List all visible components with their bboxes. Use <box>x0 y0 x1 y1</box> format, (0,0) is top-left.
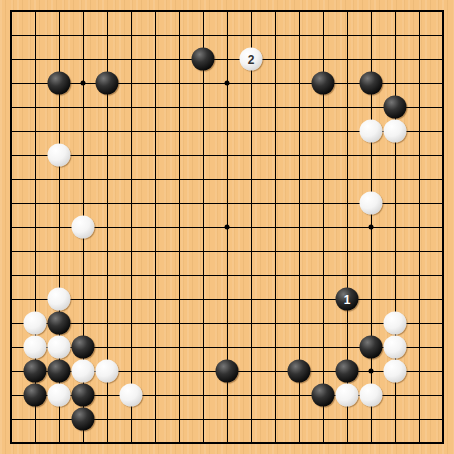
stone-black-col5-row4[interactable] <box>96 72 119 95</box>
stone-black-col4-row17[interactable] <box>72 384 95 407</box>
stone-white-col16-row9[interactable] <box>360 192 383 215</box>
stone-white-col17-row16[interactable] <box>384 360 407 383</box>
grid-line-vertical <box>442 10 444 444</box>
stone-white-col4-row16[interactable] <box>72 360 95 383</box>
grid-line-horizontal <box>10 442 444 444</box>
grid-line-horizontal <box>10 251 444 252</box>
stone-black-col17-row5[interactable] <box>384 96 407 119</box>
grid-line-horizontal <box>10 299 444 300</box>
stone-white-col3-row17[interactable] <box>48 384 71 407</box>
stone-black-col15-row16[interactable] <box>336 360 359 383</box>
grid-line-horizontal <box>10 275 444 276</box>
stone-black-col10-row16[interactable] <box>216 360 239 383</box>
star-point <box>225 225 230 230</box>
stone-white-col15-row17[interactable] <box>336 384 359 407</box>
stone-black-col3-row14[interactable] <box>48 312 71 335</box>
grid-line-vertical <box>419 10 420 444</box>
stone-white-col3-row15[interactable] <box>48 336 71 359</box>
star-point <box>369 369 374 374</box>
stone-white-col2-row15[interactable] <box>24 336 47 359</box>
stone-white-col17-row15[interactable] <box>384 336 407 359</box>
stone-black-col13-row16[interactable] <box>288 360 311 383</box>
stone-white-col16-row6[interactable] <box>360 120 383 143</box>
stone-black-col4-row15[interactable] <box>72 336 95 359</box>
stone-white-col17-row14[interactable] <box>384 312 407 335</box>
stone-white-col17-row6[interactable] <box>384 120 407 143</box>
stone-white-col5-row16[interactable] <box>96 360 119 383</box>
stone-black-col3-row16[interactable] <box>48 360 71 383</box>
stone-black-col16-row4[interactable] <box>360 72 383 95</box>
stone-black-col9-row3[interactable] <box>192 48 215 71</box>
star-point <box>81 81 86 86</box>
grid-line-horizontal <box>10 323 444 324</box>
move-number-label: 2 <box>248 53 255 65</box>
go-board[interactable]: 12 <box>0 0 454 454</box>
stone-black-col14-row4[interactable] <box>312 72 335 95</box>
move-number-label: 1 <box>344 293 351 305</box>
stone-white-col16-row17[interactable] <box>360 384 383 407</box>
star-point <box>369 225 374 230</box>
stone-black-col3-row4[interactable] <box>48 72 71 95</box>
stone-black-col14-row17[interactable] <box>312 384 335 407</box>
stone-black-col4-row18[interactable] <box>72 408 95 431</box>
stone-white-col3-row7[interactable] <box>48 144 71 167</box>
stone-white-col3-row13[interactable] <box>48 288 71 311</box>
stone-black-col2-row17[interactable] <box>24 384 47 407</box>
stone-black-col15-row13[interactable]: 1 <box>336 288 359 311</box>
grid-line-vertical <box>275 10 276 444</box>
stone-white-col4-row10[interactable] <box>72 216 95 239</box>
grid-line-vertical <box>251 10 252 444</box>
stone-white-col11-row3[interactable]: 2 <box>240 48 263 71</box>
stone-black-col16-row15[interactable] <box>360 336 383 359</box>
stone-white-col2-row14[interactable] <box>24 312 47 335</box>
stone-white-col6-row17[interactable] <box>120 384 143 407</box>
stone-black-col2-row16[interactable] <box>24 360 47 383</box>
star-point <box>225 81 230 86</box>
